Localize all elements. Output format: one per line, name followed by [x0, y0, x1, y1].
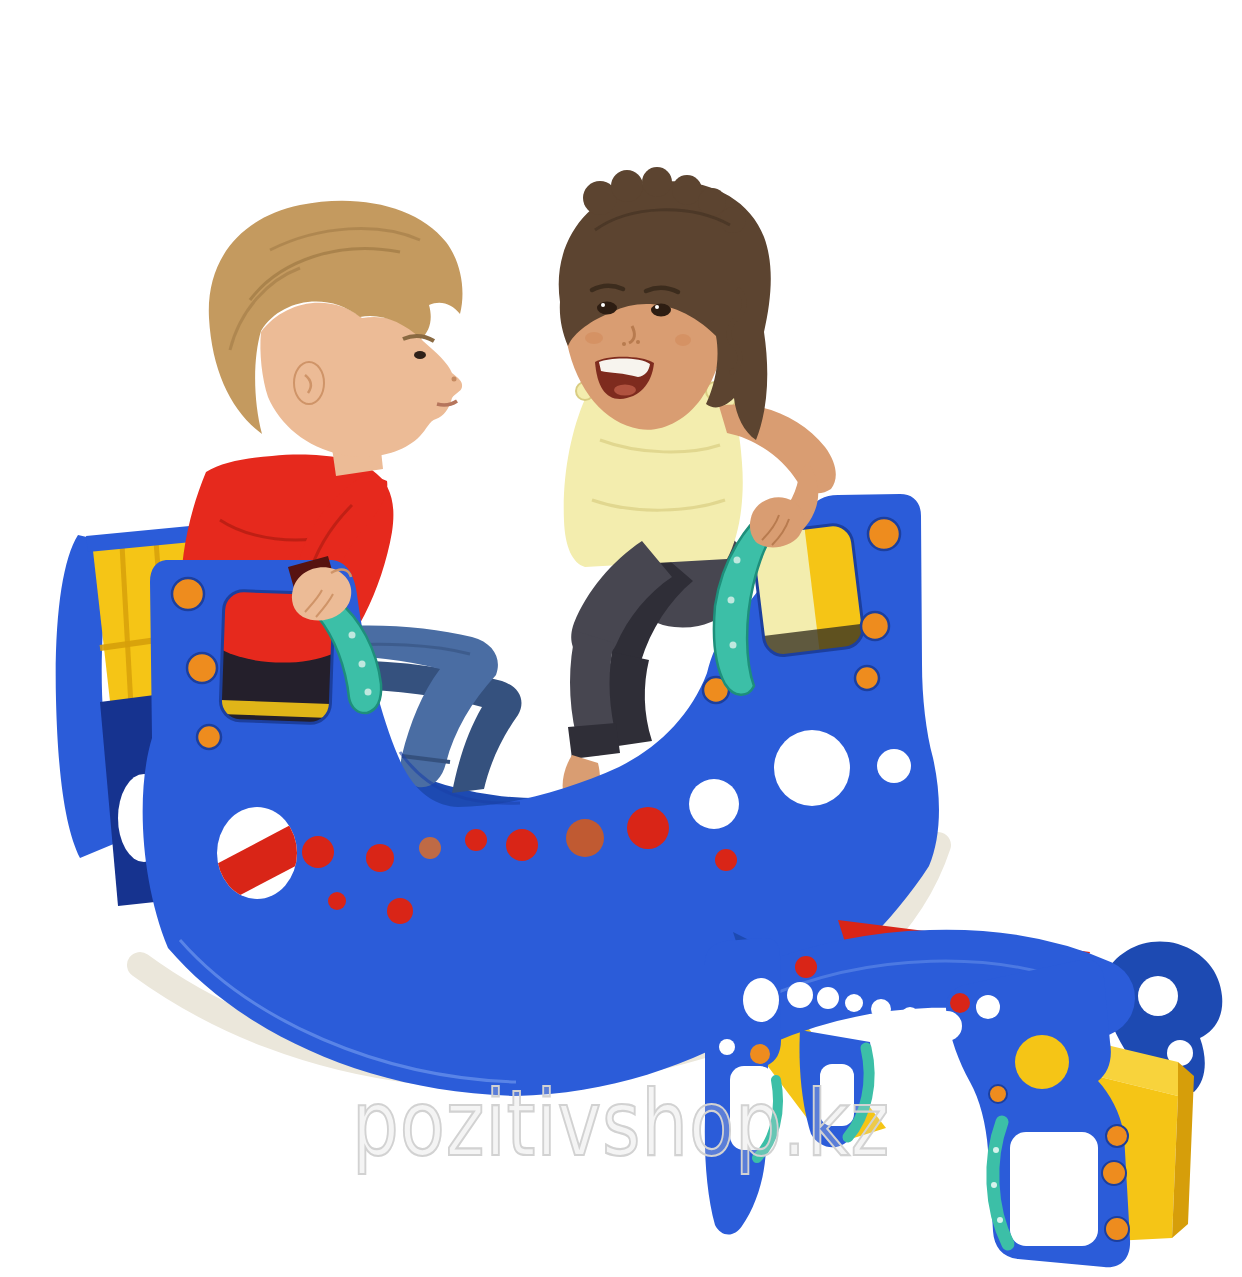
- inset-right-window: [1010, 1132, 1098, 1246]
- inset-big-hole: [1015, 1035, 1069, 1089]
- boy-ear: [294, 362, 324, 404]
- girl-jean-cuff: [568, 723, 620, 759]
- inset-middle-window: [820, 1064, 854, 1126]
- product-photo: pozitivshop.kz: [0, 0, 1242, 1277]
- inset-flipped-toy: [705, 920, 1222, 1267]
- boy-eye: [414, 351, 426, 359]
- photo-canvas: [0, 0, 1242, 1277]
- girl-eye-left: [597, 302, 617, 315]
- girl-eye-right: [651, 304, 671, 317]
- boy-face: [260, 303, 462, 457]
- girl-tongue: [614, 385, 636, 396]
